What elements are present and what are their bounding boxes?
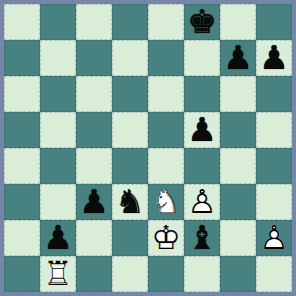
black-pawn-piece: ♟: [256, 40, 292, 76]
white-pawn-piece: ♟♙: [184, 184, 220, 220]
square-e2[interactable]: ♚♔: [148, 220, 184, 256]
white-pawn-piece: ♟♙: [256, 220, 292, 256]
square-h1[interactable]: [256, 256, 292, 292]
square-b4[interactable]: [40, 148, 76, 184]
square-f7[interactable]: [184, 40, 220, 76]
chess-board: ♚♟♟♟♟♞♞♘♟♙♟♚♔♝♟♙♜♖: [0, 0, 296, 296]
square-f2[interactable]: ♝: [184, 220, 220, 256]
square-f4[interactable]: [184, 148, 220, 184]
square-a7[interactable]: [4, 40, 40, 76]
square-d2[interactable]: [112, 220, 148, 256]
square-c6[interactable]: [76, 76, 112, 112]
square-a4[interactable]: [4, 148, 40, 184]
square-h8[interactable]: [256, 4, 292, 40]
square-d8[interactable]: [112, 4, 148, 40]
square-c8[interactable]: [76, 4, 112, 40]
square-b6[interactable]: [40, 76, 76, 112]
square-e3[interactable]: ♞♘: [148, 184, 184, 220]
square-a3[interactable]: [4, 184, 40, 220]
black-pawn-piece: ♟: [40, 220, 76, 256]
square-f3[interactable]: ♟♙: [184, 184, 220, 220]
square-e7[interactable]: [148, 40, 184, 76]
black-pawn-piece: ♟: [184, 112, 220, 148]
black-bishop-piece: ♝: [184, 220, 220, 256]
square-c1[interactable]: [76, 256, 112, 292]
square-e4[interactable]: [148, 148, 184, 184]
square-a5[interactable]: [4, 112, 40, 148]
square-c2[interactable]: [76, 220, 112, 256]
black-knight-piece: ♞: [112, 184, 148, 220]
square-e5[interactable]: [148, 112, 184, 148]
square-f8[interactable]: ♚: [184, 4, 220, 40]
square-g5[interactable]: [220, 112, 256, 148]
square-g3[interactable]: [220, 184, 256, 220]
square-g8[interactable]: [220, 4, 256, 40]
square-b5[interactable]: [40, 112, 76, 148]
square-b7[interactable]: [40, 40, 76, 76]
white-king-piece: ♚♔: [148, 220, 184, 256]
black-pawn-piece: ♟: [220, 40, 256, 76]
square-f1[interactable]: [184, 256, 220, 292]
square-g6[interactable]: [220, 76, 256, 112]
square-d6[interactable]: [112, 76, 148, 112]
square-c4[interactable]: [76, 148, 112, 184]
square-d5[interactable]: [112, 112, 148, 148]
white-pawn-outline: ♙: [256, 220, 292, 256]
square-h3[interactable]: [256, 184, 292, 220]
square-b1[interactable]: ♜♖: [40, 256, 76, 292]
square-b3[interactable]: [40, 184, 76, 220]
square-f5[interactable]: ♟: [184, 112, 220, 148]
square-a6[interactable]: [4, 76, 40, 112]
chess-board-grid: ♚♟♟♟♟♞♞♘♟♙♟♚♔♝♟♙♜♖: [4, 4, 292, 292]
white-rook-outline: ♖: [40, 256, 76, 292]
square-h5[interactable]: [256, 112, 292, 148]
square-g2[interactable]: [220, 220, 256, 256]
square-g1[interactable]: [220, 256, 256, 292]
white-king-outline: ♔: [148, 220, 184, 256]
white-rook-piece: ♜♖: [40, 256, 76, 292]
square-c7[interactable]: [76, 40, 112, 76]
square-a1[interactable]: [4, 256, 40, 292]
black-king-piece: ♚: [184, 4, 220, 40]
square-h7[interactable]: ♟: [256, 40, 292, 76]
white-pawn-outline: ♙: [184, 184, 220, 220]
square-d3[interactable]: ♞: [112, 184, 148, 220]
square-b2[interactable]: ♟: [40, 220, 76, 256]
square-g4[interactable]: [220, 148, 256, 184]
square-e1[interactable]: [148, 256, 184, 292]
white-knight-piece: ♞♘: [148, 184, 184, 220]
white-knight-outline: ♘: [148, 184, 184, 220]
square-a2[interactable]: [4, 220, 40, 256]
square-b8[interactable]: [40, 4, 76, 40]
square-h2[interactable]: ♟♙: [256, 220, 292, 256]
square-c3[interactable]: ♟: [76, 184, 112, 220]
square-h6[interactable]: [256, 76, 292, 112]
square-h4[interactable]: [256, 148, 292, 184]
square-e6[interactable]: [148, 76, 184, 112]
square-a8[interactable]: [4, 4, 40, 40]
black-pawn-piece: ♟: [76, 184, 112, 220]
square-f6[interactable]: [184, 76, 220, 112]
square-e8[interactable]: [148, 4, 184, 40]
square-c5[interactable]: [76, 112, 112, 148]
square-d1[interactable]: [112, 256, 148, 292]
square-g7[interactable]: ♟: [220, 40, 256, 76]
square-d7[interactable]: [112, 40, 148, 76]
square-d4[interactable]: [112, 148, 148, 184]
